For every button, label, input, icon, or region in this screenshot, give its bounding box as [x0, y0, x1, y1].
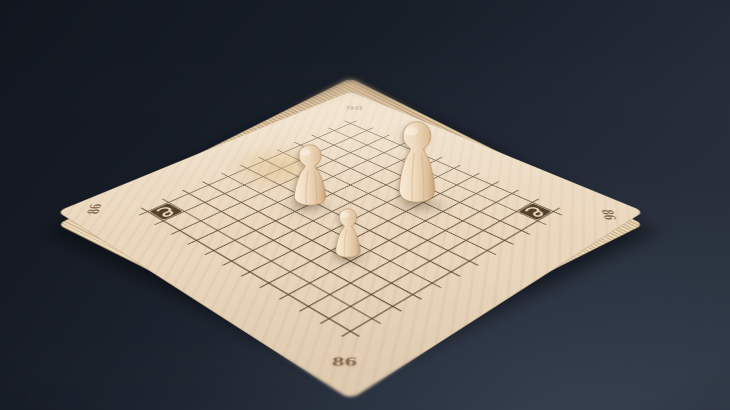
maker-logo: 86: [84, 204, 106, 214]
pawn-tall-body: [399, 122, 434, 202]
pawn-tall-highlight: [405, 126, 418, 135]
pawn-medium: [286, 143, 334, 207]
pawn-tall: [391, 120, 443, 205]
maker-logo: 86: [598, 209, 620, 220]
maker-logo: 86: [346, 105, 364, 111]
maker-logo: 86: [331, 355, 357, 368]
corner-mark-square: [150, 203, 183, 219]
corner-mark-square: [519, 203, 552, 219]
pawn-small-highlight: [340, 212, 349, 218]
scene-background: 86 86 86 86: [0, 0, 730, 410]
pawn-small: [329, 207, 367, 259]
pawn-medium-highlight: [300, 148, 311, 155]
